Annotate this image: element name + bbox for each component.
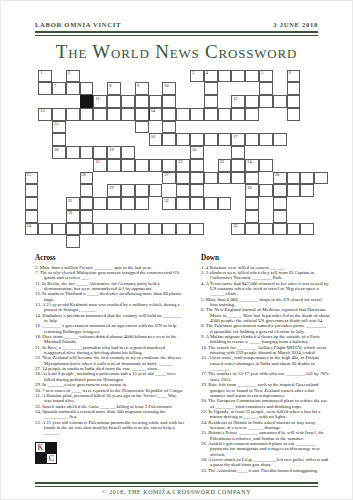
- grid-cell[interactable]: [149, 159, 163, 172]
- clue-item-down-25: 25. Britain's Prince ________ announced …: [201, 430, 330, 441]
- grid-cell[interactable]: [107, 223, 121, 236]
- grid-cell[interactable]: [149, 223, 163, 236]
- grid-cell[interactable]: [190, 108, 204, 121]
- grid-cell[interactable]: [245, 223, 259, 236]
- grid-cell[interactable]: 30: [245, 184, 259, 197]
- grid-cell[interactable]: 13: [38, 108, 52, 121]
- clue-item-across-21: 21. In Kiev, a ________ journalist who h…: [35, 345, 185, 356]
- grid-cell[interactable]: [162, 95, 176, 108]
- grid-cell[interactable]: 29: [107, 184, 121, 197]
- clue-number: 5: [261, 70, 263, 75]
- grid-cell[interactable]: 6: [287, 70, 301, 83]
- grid-cell[interactable]: [121, 223, 135, 236]
- motto: LABOR OMNIA VINCIT: [35, 21, 121, 28]
- grid-cell[interactable]: [80, 197, 94, 210]
- grid-cell[interactable]: [121, 146, 135, 159]
- clue-item-down-2: 2. 2 climbers were killed when they fell…: [201, 270, 330, 281]
- grid-cell[interactable]: [162, 108, 176, 121]
- grid-cell[interactable]: [204, 95, 218, 108]
- grid-cell[interactable]: [121, 184, 135, 197]
- grid-cell[interactable]: 9: [135, 82, 149, 95]
- clue-item-across-7: 7. The newly-elected Malaysian governmen…: [35, 270, 185, 281]
- clue-number: 10: [164, 83, 168, 88]
- grid-cell[interactable]: [273, 95, 287, 108]
- grid-cell[interactable]: [300, 223, 314, 236]
- clue-item-across-23: 23. New Zealand will become the first co…: [35, 355, 185, 366]
- grid-cell[interactable]: [135, 223, 149, 236]
- grid-cell[interactable]: [245, 172, 259, 185]
- grid-cell[interactable]: [135, 95, 149, 108]
- clue-number: 22: [178, 159, 182, 164]
- grid-cell[interactable]: [218, 197, 232, 210]
- grid-cell[interactable]: [80, 223, 94, 236]
- grid-cell[interactable]: [25, 210, 39, 223]
- grid-cell[interactable]: 34: [25, 223, 39, 236]
- grid-cell[interactable]: [135, 184, 149, 197]
- footer-copyright: © 2018, THE KOMIŽA CROSSWORD COMPANY: [35, 489, 318, 495]
- newspaper-page: LABOR OMNIA VINCIT 3 JUNE 2018 The World…: [0, 0, 353, 500]
- across-column: Across 3. More than a million French ___…: [35, 254, 185, 473]
- grid-cell[interactable]: 31: [66, 197, 80, 210]
- issue-date: 3 JUNE 2018: [273, 21, 318, 28]
- clue-number: 8: [109, 83, 111, 88]
- grid-cell[interactable]: [107, 108, 121, 121]
- footer-rule: [35, 482, 318, 486]
- clue-number: 19: [109, 147, 113, 152]
- publisher-logo: KC: [35, 442, 185, 464]
- grid-cell[interactable]: [287, 223, 301, 236]
- grid-cell[interactable]: [149, 184, 163, 197]
- clue-item-across-28: 28. At least 8 people, including a polic…: [35, 371, 185, 382]
- grid-cell[interactable]: [300, 184, 314, 197]
- grid-cell[interactable]: [176, 172, 190, 185]
- logo-letter-cell: C: [46, 453, 57, 464]
- grid-cell[interactable]: [107, 95, 121, 108]
- clue-number: 26: [82, 172, 86, 177]
- clue-number: 28: [275, 172, 279, 177]
- masthead: LABOR OMNIA VINCIT 3 JUNE 2018: [35, 21, 318, 28]
- black-cell: [80, 95, 94, 108]
- down-list: 1. 4 Russians were killed in eastern ___…: [201, 265, 330, 473]
- grid-cell[interactable]: 3: [190, 70, 204, 83]
- grid-cell[interactable]: [190, 184, 204, 197]
- clue-item-down-20: 20. The European Commission announced pl…: [201, 398, 330, 409]
- grid-cell[interactable]: [135, 197, 149, 210]
- clue-number: 18: [54, 147, 58, 152]
- grid-cell[interactable]: [204, 108, 218, 121]
- grid-cell[interactable]: 20: [190, 146, 204, 159]
- grid-cell[interactable]: [190, 133, 204, 146]
- grid-cell[interactable]: [190, 172, 204, 185]
- grid-cell[interactable]: [218, 172, 232, 185]
- grid-cell[interactable]: [135, 159, 149, 172]
- grid-cell[interactable]: 35: [231, 223, 245, 236]
- grid-cell[interactable]: [190, 223, 204, 236]
- clue-number: 25: [27, 172, 31, 177]
- clue-number: 35: [233, 223, 237, 228]
- clue-item-down-5: 5. More than 8,000 ________ shops in the…: [201, 297, 330, 308]
- grid-cell[interactable]: [245, 95, 259, 108]
- grid-cell[interactable]: 4: [204, 70, 218, 83]
- clue-number: 27: [164, 172, 168, 177]
- clue-item-down-19: 19. Rare fish from ________ such as the …: [201, 382, 330, 398]
- grid-cell[interactable]: [66, 82, 80, 95]
- grid-cell[interactable]: [38, 82, 52, 95]
- clue-number: 31: [68, 198, 72, 203]
- grid-cell[interactable]: [176, 197, 190, 210]
- grid-cell[interactable]: [259, 159, 273, 172]
- grid-cell[interactable]: [176, 133, 190, 146]
- grid-cell[interactable]: [93, 108, 107, 121]
- grid-cell[interactable]: 15: [52, 121, 66, 134]
- clue-item-down-28: 28. A terror attack in Liège, ________, …: [201, 457, 330, 468]
- footer: © 2018, THE KOMIŽA CROSSWORD COMPANY: [35, 482, 318, 495]
- grid-cell[interactable]: [218, 108, 232, 121]
- grid-cell[interactable]: [218, 70, 232, 83]
- grid-cell[interactable]: [52, 223, 66, 236]
- grid-cell[interactable]: [245, 70, 259, 83]
- grid-cell[interactable]: [273, 133, 287, 146]
- clue-number: 30: [247, 185, 251, 190]
- clue-item-down-26: 26. Austria's government announced plans…: [201, 441, 330, 457]
- grid-cell[interactable]: 22: [176, 159, 190, 172]
- grid-cell[interactable]: 2: [66, 70, 80, 83]
- grid-cell[interactable]: [121, 197, 135, 210]
- clue-item-across-34: 34. Spanish authorities rescued more tha…: [35, 409, 185, 420]
- grid-cell[interactable]: [273, 223, 287, 236]
- clue-item-down-15: 15. A heat wave, with temperatures in th…: [201, 355, 330, 371]
- grid-cell[interactable]: [245, 133, 259, 146]
- grid-cell[interactable]: [121, 95, 135, 108]
- clue-item-down-17: 17. The number of 13-17 year olds who us…: [201, 371, 330, 382]
- logo-black-cell: [35, 453, 46, 464]
- grid-cell[interactable]: [231, 159, 245, 172]
- clue-item-down-33: 33. The Australian ____ resort Thredbo b…: [201, 468, 330, 473]
- grid-cell[interactable]: [93, 146, 107, 159]
- clue-item-down-10: 10. The search for ________ Airlines Fli…: [201, 345, 330, 356]
- grid-cell[interactable]: 7: [52, 82, 66, 95]
- grid-cell[interactable]: [231, 108, 245, 121]
- grid-cell[interactable]: [80, 82, 94, 95]
- masthead-rule: [35, 31, 318, 36]
- grid-cell[interactable]: [204, 172, 218, 185]
- grid-cell[interactable]: [121, 108, 135, 121]
- clues-section: Across 3. More than a million French ___…: [35, 254, 330, 473]
- clue-number: 1: [40, 70, 42, 75]
- clue-number: 34: [27, 223, 31, 228]
- clue-item-across-11: 11. In Berlin, the far-_____ Alternative…: [35, 281, 185, 292]
- clue-item-across-18: 18. Haze from ______ volcano drifted alm…: [35, 334, 185, 345]
- grid-cell[interactable]: 32: [162, 197, 176, 210]
- grid-cell[interactable]: [52, 108, 66, 121]
- grid-cell[interactable]: [204, 82, 218, 95]
- grid-cell[interactable]: [52, 133, 66, 146]
- grid-cell[interactable]: [273, 197, 287, 210]
- logo-letter-cell: K: [35, 442, 46, 453]
- clue-item-across-12: 12. In southern Thailand a _____ died af…: [35, 291, 185, 302]
- clue-item-down-8: 8. The Pakistani government named a care…: [201, 323, 330, 334]
- grid-cell[interactable]: 17: [231, 133, 245, 146]
- clue-number: 9: [137, 83, 139, 88]
- clue-number: 20: [192, 147, 196, 152]
- grid-cell[interactable]: [287, 95, 301, 108]
- grid-cell[interactable]: [314, 172, 328, 185]
- grid-cell[interactable]: 26: [80, 172, 94, 185]
- clue-number: 7: [54, 83, 56, 88]
- clue-item-across-35: 35. A 21 year old volunteer Palestinian …: [35, 420, 185, 436]
- clue-item-down-22: 22. In Uganda, at least 22 people, were …: [201, 409, 330, 420]
- clue-number: 16: [151, 134, 155, 139]
- across-heading: Across: [35, 254, 185, 262]
- clue-item-across-31: 31. A Russian pilot, presumed killed 30 …: [35, 393, 185, 404]
- grid-cell[interactable]: 23: [218, 159, 232, 172]
- grid-cell[interactable]: 12: [231, 95, 245, 108]
- grid-cell[interactable]: [162, 159, 176, 172]
- grid-cell[interactable]: 25: [25, 172, 39, 185]
- grid-cell[interactable]: [287, 82, 301, 95]
- clue-number: 4: [206, 70, 208, 75]
- grid-cell[interactable]: [135, 121, 149, 134]
- logo-black-cell: [46, 442, 57, 453]
- grid-cell[interactable]: [204, 133, 218, 146]
- grid-cell[interactable]: [287, 184, 301, 197]
- grid-cell[interactable]: 8: [107, 82, 121, 95]
- grid-cell[interactable]: [66, 146, 80, 159]
- crossword-grid: 1234567891011121314151617181920212223242…: [25, 70, 329, 249]
- grid-cell[interactable]: [93, 223, 107, 236]
- grid-cell[interactable]: [245, 210, 259, 223]
- grid-cell[interactable]: 10: [162, 82, 176, 95]
- grid-cell[interactable]: [80, 184, 94, 197]
- grid-cell[interactable]: 11: [93, 95, 107, 108]
- clue-number: 29: [109, 185, 113, 190]
- grid-cell[interactable]: [231, 146, 245, 159]
- grid-cell[interactable]: [66, 235, 80, 248]
- grid-cell[interactable]: [162, 121, 176, 134]
- grid-cell[interactable]: [176, 184, 190, 197]
- grid-cell[interactable]: [121, 159, 135, 172]
- grid-cell[interactable]: 14: [149, 108, 163, 121]
- clue-number: 3: [192, 70, 194, 75]
- grid-cell[interactable]: [66, 108, 80, 121]
- grid-cell[interactable]: [287, 108, 301, 121]
- grid-cell[interactable]: [176, 223, 190, 236]
- grid-cell[interactable]: [190, 159, 204, 172]
- grid-cell[interactable]: [80, 108, 94, 121]
- page-title: The World News Crossword: [0, 41, 353, 63]
- clue-item-down-6: 6. The New England Journal of Medicine r…: [201, 307, 330, 323]
- clue-number: 13: [40, 108, 44, 113]
- grid-cell[interactable]: 16: [149, 133, 163, 146]
- clue-item-down-9: 9. A Malian migrant climbed 4 floors up …: [201, 334, 330, 345]
- grid-cell[interactable]: [287, 172, 301, 185]
- clue-number: 6: [289, 70, 291, 75]
- grid-cell[interactable]: [66, 223, 80, 236]
- grid-cell[interactable]: [231, 70, 245, 83]
- grid-cell[interactable]: [259, 95, 273, 108]
- grid-cell[interactable]: [259, 82, 273, 95]
- grid-cell[interactable]: [231, 172, 245, 185]
- grid-cell[interactable]: [25, 184, 39, 197]
- grid-cell[interactable]: [273, 184, 287, 197]
- grid-cell[interactable]: [245, 197, 259, 210]
- clue-item-across-14: 14. Zimbabwe's president announced that …: [35, 313, 185, 324]
- grid-cell[interactable]: [259, 223, 273, 236]
- clue-number: 33: [68, 210, 72, 215]
- clue-item-down-4: 4. A Texas nurse had $41,000 returned to…: [201, 281, 330, 297]
- grid-cell[interactable]: [190, 197, 204, 210]
- down-heading: Down: [201, 254, 330, 262]
- grid-cell[interactable]: [25, 197, 39, 210]
- grid-cell[interactable]: [107, 197, 121, 210]
- grid-cell[interactable]: [38, 223, 52, 236]
- clue-number: 2: [68, 70, 70, 75]
- across-list: 3. More than a million French ________ q…: [35, 265, 185, 436]
- grid-cell[interactable]: 1: [38, 70, 52, 83]
- grid-cell[interactable]: [259, 133, 273, 146]
- clue-item-across-13: 13. A 21-year-old Kashmiri man was crush…: [35, 302, 185, 313]
- grid-cell[interactable]: [80, 210, 94, 223]
- grid-cell[interactable]: 33: [66, 210, 80, 223]
- grid-cell[interactable]: [204, 197, 218, 210]
- clue-number: 17: [233, 134, 237, 139]
- grid-cell[interactable]: 24: [245, 159, 259, 172]
- grid-cell[interactable]: [218, 133, 232, 146]
- grid-cell[interactable]: [162, 133, 176, 146]
- grid-cell[interactable]: [176, 108, 190, 121]
- clue-number: 11: [95, 96, 99, 101]
- clue-item-across-16: 16. ________'s government announced an a…: [35, 323, 185, 334]
- grid-cell[interactable]: 19: [107, 146, 121, 159]
- grid-cell[interactable]: [93, 197, 107, 210]
- grid-cell[interactable]: 18: [52, 146, 66, 159]
- grid-cell[interactable]: [80, 146, 94, 159]
- grid-cell[interactable]: [162, 223, 176, 236]
- clue-number: 24: [247, 159, 251, 164]
- grid-cell[interactable]: [149, 95, 163, 108]
- grid-cell[interactable]: [273, 210, 287, 223]
- grid-cell[interactable]: 27: [162, 172, 176, 185]
- down-column: Down 1. 4 Russians were killed in easter…: [201, 254, 330, 473]
- clue-item-down-24: 24. Residents of Shimla in India asked t…: [201, 420, 330, 431]
- clue-number: 12: [233, 96, 237, 101]
- clue-number: 14: [151, 108, 155, 113]
- grid-cell[interactable]: 5: [259, 70, 273, 83]
- grid-cell[interactable]: [135, 108, 149, 121]
- clue-number: 32: [164, 198, 168, 203]
- clue-number: 21: [95, 159, 99, 164]
- grid-cell[interactable]: [300, 172, 314, 185]
- grid-cell[interactable]: 28: [273, 172, 287, 185]
- grid-cell[interactable]: [259, 184, 273, 197]
- grid-cell[interactable]: 21: [93, 159, 107, 172]
- grid-cell[interactable]: [107, 159, 121, 172]
- clue-number: 23: [220, 159, 224, 164]
- grid-cell[interactable]: [245, 108, 259, 121]
- clue-number: 15: [54, 121, 58, 126]
